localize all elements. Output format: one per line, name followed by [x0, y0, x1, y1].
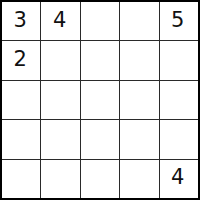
cell-r2c1[interactable]: 2: [2, 41, 40, 79]
cell-r4c1[interactable]: [2, 120, 40, 158]
cell-r4c2[interactable]: [41, 120, 79, 158]
cell-r5c5[interactable]: 4: [160, 160, 198, 198]
cell-r4c5[interactable]: [160, 120, 198, 158]
cell-r2c2[interactable]: [41, 41, 79, 79]
cell-r5c2[interactable]: [41, 160, 79, 198]
cell-r1c4[interactable]: [120, 2, 158, 40]
cell-r5c1[interactable]: [2, 160, 40, 198]
puzzle-grid: 3 4 5 2 4: [0, 0, 200, 200]
cell-r1c1[interactable]: 3: [2, 2, 40, 40]
cell-r3c3[interactable]: [81, 81, 119, 119]
cell-r1c5[interactable]: 5: [160, 2, 198, 40]
cell-r3c2[interactable]: [41, 81, 79, 119]
cell-r3c1[interactable]: [2, 81, 40, 119]
cell-r1c3[interactable]: [81, 2, 119, 40]
cell-r4c4[interactable]: [120, 120, 158, 158]
cell-r3c5[interactable]: [160, 81, 198, 119]
cell-r5c4[interactable]: [120, 160, 158, 198]
cell-r2c5[interactable]: [160, 41, 198, 79]
cell-r5c3[interactable]: [81, 160, 119, 198]
cell-r2c4[interactable]: [120, 41, 158, 79]
cell-r3c4[interactable]: [120, 81, 158, 119]
cell-r1c2[interactable]: 4: [41, 2, 79, 40]
cell-r2c3[interactable]: [81, 41, 119, 79]
cell-r4c3[interactable]: [81, 120, 119, 158]
